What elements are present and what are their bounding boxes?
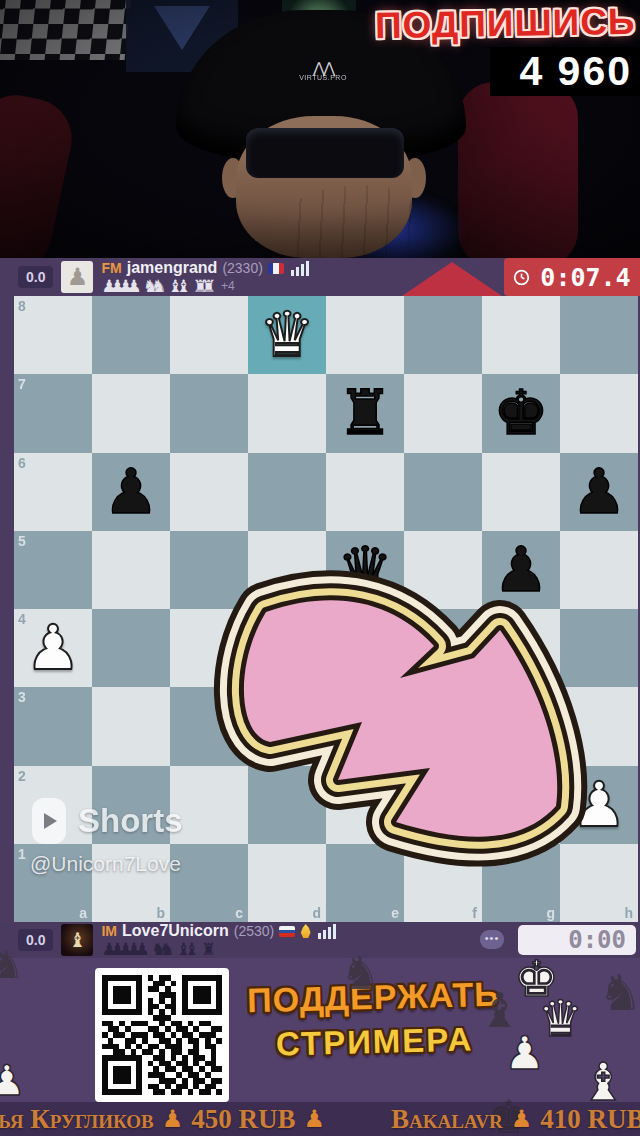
donation-item: Bakalavr♟410 RUB♟	[391, 1104, 640, 1135]
subscriber-count: 4 960	[519, 48, 640, 95]
board-square-a6[interactable]: 6	[14, 453, 92, 531]
board-square-b3[interactable]	[92, 687, 170, 765]
board-square-f8[interactable]	[404, 296, 482, 374]
board-square-d8[interactable]: ♛	[248, 296, 326, 374]
donation-ticker: лья Кругликов♟450 RUB♟Bakalavr♟410 RUB♟	[0, 1102, 640, 1136]
board-square-g4[interactable]	[482, 609, 560, 687]
donation-qr-code[interactable]	[95, 968, 229, 1102]
stream-screen: ⋀⋀ VIRTUS.PRO ПОДПИШИСЬ 4 960 0.0 ♟ FM j…	[0, 0, 640, 1136]
white-p-a4[interactable]: ♟	[14, 609, 92, 687]
player-info-bottom: IM Love7Unicorn (2530) ♟♟♟♟♟ ♞♞ ♝♝ ♜	[101, 923, 336, 957]
connection-bars-icon	[318, 924, 336, 939]
title-badge-im: IM	[101, 924, 117, 938]
avatar-top[interactable]: ♟	[61, 261, 93, 293]
board-square-e2[interactable]	[326, 766, 404, 844]
board-square-h7[interactable]	[560, 374, 638, 452]
black-p-h6[interactable]: ♟	[560, 453, 638, 531]
board-square-g3[interactable]	[482, 687, 560, 765]
board-square-b5[interactable]	[92, 531, 170, 609]
board-square-b6[interactable]: ♟	[92, 453, 170, 531]
rank-label: 3	[18, 689, 26, 705]
file-label: a	[79, 905, 87, 921]
player-name-top[interactable]: jamengrand	[127, 260, 218, 276]
board-square-e7[interactable]: ♜	[326, 374, 404, 452]
board-square-h4[interactable]	[560, 609, 638, 687]
decor-piece-p: ♟	[0, 1060, 26, 1102]
rank-label: 2	[18, 768, 26, 784]
board-square-d2[interactable]	[248, 766, 326, 844]
file-label: b	[156, 905, 165, 921]
black-q-e5[interactable]: ♛	[326, 531, 404, 609]
file-label: e	[391, 905, 399, 921]
board-square-f2[interactable]	[404, 766, 482, 844]
board-square-a3[interactable]: 3	[14, 687, 92, 765]
avatar-bottom[interactable]: ♝	[61, 924, 93, 956]
board-square-f7[interactable]	[404, 374, 482, 452]
board-square-b4[interactable]	[92, 609, 170, 687]
rank-label: 7	[18, 376, 26, 392]
board-square-g1[interactable]: g	[482, 844, 560, 922]
board-square-g7[interactable]: ♚	[482, 374, 560, 452]
file-label: g	[546, 905, 555, 921]
clock-top: 0:07.4	[504, 258, 640, 296]
board-square-c3[interactable]	[170, 687, 248, 765]
captured-pieces-bottom: ♟♟♟♟♟ ♞♞ ♝♝ ♜	[101, 941, 209, 958]
board-square-a8[interactable]: 8	[14, 296, 92, 374]
shorts-play-icon	[32, 798, 66, 844]
board-square-e3[interactable]	[326, 687, 404, 765]
chat-bubble-icon[interactable]: •••	[480, 930, 504, 949]
board-square-c5[interactable]	[170, 531, 248, 609]
player-bar-top: 0.0 ♟ FM jamengrand (2330) ♟♟♟♟ ♞♞ ♝♝ ♜♜…	[0, 258, 640, 296]
board-square-g5[interactable]: ♟	[482, 531, 560, 609]
decor-piece-p: ♟	[504, 1030, 545, 1076]
player-info-top: FM jamengrand (2330) ♟♟♟♟ ♞♞ ♝♝ ♜♜ +4	[101, 260, 308, 294]
board-square-f3[interactable]	[404, 687, 482, 765]
clock-bottom-time: 0:00	[568, 926, 636, 954]
board-square-e6[interactable]	[326, 453, 404, 531]
player-rating-top: (2330)	[222, 261, 262, 275]
material-advantage: +4	[221, 280, 235, 292]
subscribe-label: ПОДПИШИСЬ	[375, 1, 636, 48]
white-p-h2[interactable]: ♟	[560, 766, 638, 844]
pawn-separator-icon: ♟	[511, 1105, 533, 1133]
board-square-c6[interactable]	[170, 453, 248, 531]
donation-amount: 450 RUB	[191, 1104, 295, 1135]
file-label: c	[235, 905, 243, 921]
board-square-e1[interactable]: e	[326, 844, 404, 922]
shorts-watermark: Shorts	[32, 798, 183, 844]
board-square-a4[interactable]: 4♟	[14, 609, 92, 687]
captured-pieces-top: ♟♟♟♟ ♞♞ ♝♝ ♜♜	[101, 278, 209, 295]
pawn-separator-icon: ♟	[304, 1105, 326, 1133]
board-square-d3[interactable]	[248, 687, 326, 765]
file-label: h	[624, 905, 633, 921]
board-square-d4[interactable]	[248, 609, 326, 687]
board-square-a7[interactable]: 7	[14, 374, 92, 452]
board-square-f4[interactable]	[404, 609, 482, 687]
channel-handle: @Unicorn7Love	[30, 852, 181, 876]
file-label: d	[312, 905, 321, 921]
black-p-g5[interactable]: ♟	[482, 531, 560, 609]
white-q-d8[interactable]: ♛	[248, 296, 326, 374]
rank-label: 1	[18, 846, 26, 862]
board-square-e8[interactable]	[326, 296, 404, 374]
subscriber-count-strip: 4 960	[490, 47, 640, 96]
player-name-bottom[interactable]: Love7Unicorn	[122, 923, 229, 939]
board-square-d5[interactable]	[248, 531, 326, 609]
board-square-g8[interactable]	[482, 296, 560, 374]
webcam-panel: ⋀⋀ VIRTUS.PRO ПОДПИШИСЬ 4 960	[0, 0, 640, 258]
board-square-d7[interactable]	[248, 374, 326, 452]
board-square-h3[interactable]	[560, 687, 638, 765]
board-square-b8[interactable]	[92, 296, 170, 374]
board-square-h8[interactable]	[560, 296, 638, 374]
black-p-b6[interactable]: ♟	[92, 453, 170, 531]
decor-piece-n: ♞	[340, 950, 381, 996]
board-square-c1[interactable]: c	[170, 844, 248, 922]
board-square-c4[interactable]	[170, 609, 248, 687]
board-square-g6[interactable]	[482, 453, 560, 531]
board-square-f1[interactable]: f	[404, 844, 482, 922]
russia-flag-icon	[279, 926, 295, 937]
board-square-h1[interactable]: h	[560, 844, 638, 922]
board-square-d1[interactable]: d	[248, 844, 326, 922]
red-pointer-triangle	[402, 262, 502, 296]
file-label: f	[472, 905, 477, 921]
support-title-line2: СТРИМЕРА	[238, 1019, 511, 1064]
score-top: 0.0	[18, 266, 53, 288]
board-square-b7[interactable]	[92, 374, 170, 452]
board-square-h5[interactable]	[560, 531, 638, 609]
board-square-c8[interactable]	[170, 296, 248, 374]
player-rating-bottom: (2530)	[234, 924, 274, 938]
board-square-g2[interactable]	[482, 766, 560, 844]
shorts-label: Shorts	[78, 802, 183, 840]
board-square-e4[interactable]	[326, 609, 404, 687]
board-square-c7[interactable]	[170, 374, 248, 452]
board-square-h2[interactable]: ♟	[560, 766, 638, 844]
donor-name: Bakalavr	[391, 1104, 503, 1135]
clock-icon	[513, 269, 530, 286]
board-square-h6[interactable]: ♟	[560, 453, 638, 531]
black-r-e7[interactable]: ♜	[326, 374, 404, 452]
france-flag-icon	[268, 263, 284, 274]
board-square-f5[interactable]	[404, 531, 482, 609]
decor-piece-b: ♝	[580, 1056, 627, 1108]
qr-modules	[102, 975, 222, 1095]
donation-amount: 410 RUB	[540, 1104, 640, 1135]
black-k-g7[interactable]: ♚	[482, 374, 560, 452]
streak-flame-icon	[300, 924, 311, 938]
ticker-row: лья Кругликов♟450 RUB♟Bakalavr♟410 RUB♟	[0, 1104, 640, 1135]
clock-top-time: 0:07.4	[540, 263, 630, 292]
title-badge-fm: FM	[101, 261, 121, 275]
rank-label: 6	[18, 455, 26, 471]
board-square-e5[interactable]: ♛	[326, 531, 404, 609]
pawn-separator-icon: ♟	[162, 1105, 184, 1133]
connection-bars-icon	[291, 261, 309, 276]
donor-name: лья Кругликов	[0, 1104, 154, 1135]
decor-piece-n: ♞	[0, 946, 24, 984]
rank-label: 8	[18, 298, 26, 314]
decor-piece-n: ♞	[598, 968, 640, 1018]
donation-item: лья Кругликов♟450 RUB♟	[0, 1104, 333, 1135]
board-square-f6[interactable]	[404, 453, 482, 531]
rank-label: 5	[18, 533, 26, 549]
board-square-a5[interactable]: 5	[14, 531, 92, 609]
board-square-d6[interactable]	[248, 453, 326, 531]
